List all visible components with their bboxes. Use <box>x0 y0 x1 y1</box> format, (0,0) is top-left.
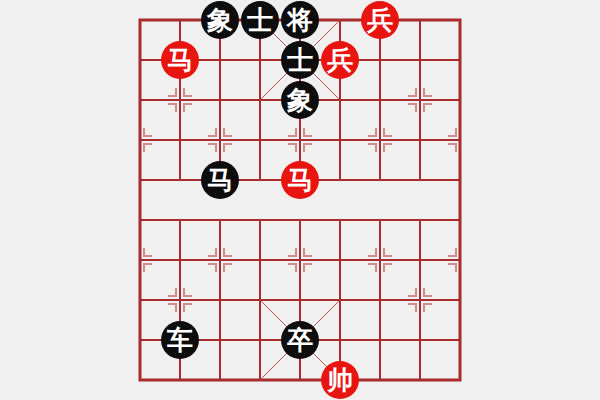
piece-black-elephant[interactable]: 象 <box>281 81 319 119</box>
piece-black-advisor[interactable]: 士 <box>281 41 319 79</box>
piece-black-advisor[interactable]: 士 <box>241 1 279 39</box>
xiangqi-app: 象士将兵马士兵象马马车卒帅 <box>0 0 600 400</box>
piece-black-elephant[interactable]: 象 <box>201 1 239 39</box>
piece-black-general[interactable]: 将 <box>281 1 319 39</box>
piece-black-chariot[interactable]: 车 <box>161 321 199 359</box>
piece-red-horse[interactable]: 马 <box>161 41 199 79</box>
piece-red-soldier[interactable]: 兵 <box>361 1 399 39</box>
piece-red-soldier[interactable]: 兵 <box>321 41 359 79</box>
piece-red-general[interactable]: 帅 <box>321 361 359 399</box>
piece-red-horse[interactable]: 马 <box>281 161 319 199</box>
piece-black-soldier[interactable]: 卒 <box>281 321 319 359</box>
piece-black-horse[interactable]: 马 <box>201 161 239 199</box>
xiangqi-board: 象士将兵马士兵象马马车卒帅 <box>120 0 480 400</box>
